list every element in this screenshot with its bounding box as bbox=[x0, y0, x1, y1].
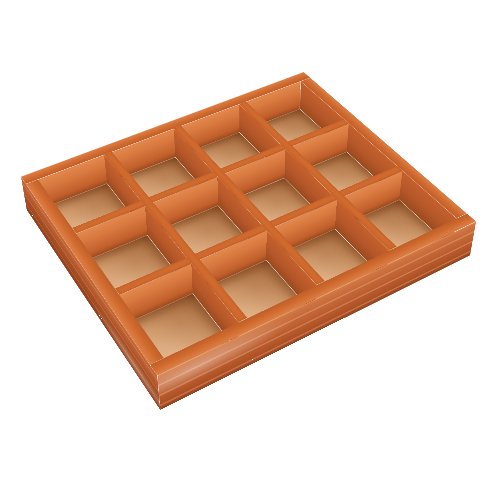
product-photo bbox=[0, 0, 500, 500]
photo-scene bbox=[0, 0, 500, 500]
